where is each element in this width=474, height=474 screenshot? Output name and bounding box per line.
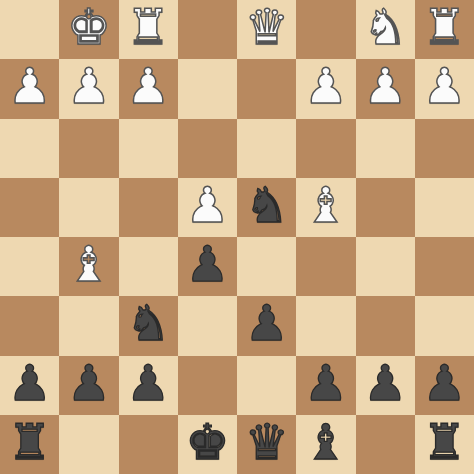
square-b8[interactable] xyxy=(356,415,415,474)
square-f4[interactable] xyxy=(119,178,178,237)
square-h7[interactable]: ♟ xyxy=(0,356,59,415)
square-d7[interactable] xyxy=(237,356,296,415)
square-f8[interactable] xyxy=(119,415,178,474)
square-d5[interactable] xyxy=(237,237,296,296)
chess-board: ♚♜♛♞♜♟♟♟♟♟♟♟♞♝♝♟♞♟♟♟♟♟♟♟♜♚♛♝♜ xyxy=(0,0,474,474)
square-h5[interactable] xyxy=(0,237,59,296)
square-e8[interactable]: ♚ xyxy=(178,415,237,474)
square-h2[interactable]: ♟ xyxy=(0,59,59,118)
white-bishop[interactable]: ♝ xyxy=(304,181,348,230)
square-b7[interactable]: ♟ xyxy=(356,356,415,415)
square-g3[interactable] xyxy=(59,119,118,178)
square-g8[interactable] xyxy=(59,415,118,474)
white-rook[interactable]: ♜ xyxy=(126,3,170,52)
square-c1[interactable] xyxy=(296,0,355,59)
square-e5[interactable]: ♟ xyxy=(178,237,237,296)
square-b1[interactable]: ♞ xyxy=(356,0,415,59)
white-rook[interactable]: ♜ xyxy=(422,3,466,52)
square-c7[interactable]: ♟ xyxy=(296,356,355,415)
square-b6[interactable] xyxy=(356,296,415,355)
square-b5[interactable] xyxy=(356,237,415,296)
square-e2[interactable] xyxy=(178,59,237,118)
white-pawn[interactable]: ♟ xyxy=(67,62,111,111)
square-a8[interactable]: ♜ xyxy=(415,415,474,474)
square-h3[interactable] xyxy=(0,119,59,178)
square-e1[interactable] xyxy=(178,0,237,59)
square-c8[interactable]: ♝ xyxy=(296,415,355,474)
square-h1[interactable] xyxy=(0,0,59,59)
square-d1[interactable]: ♛ xyxy=(237,0,296,59)
black-king[interactable]: ♚ xyxy=(185,418,229,467)
square-f2[interactable]: ♟ xyxy=(119,59,178,118)
square-b2[interactable]: ♟ xyxy=(356,59,415,118)
white-knight[interactable]: ♞ xyxy=(363,3,407,52)
square-a7[interactable]: ♟ xyxy=(415,356,474,415)
square-a6[interactable] xyxy=(415,296,474,355)
square-g4[interactable] xyxy=(59,178,118,237)
white-king[interactable]: ♚ xyxy=(67,3,111,52)
black-pawn[interactable]: ♟ xyxy=(245,299,289,348)
square-c6[interactable] xyxy=(296,296,355,355)
square-f7[interactable]: ♟ xyxy=(119,356,178,415)
black-bishop[interactable]: ♝ xyxy=(304,418,348,467)
black-pawn[interactable]: ♟ xyxy=(363,359,407,408)
square-f5[interactable] xyxy=(119,237,178,296)
square-f3[interactable] xyxy=(119,119,178,178)
square-h4[interactable] xyxy=(0,178,59,237)
square-d2[interactable] xyxy=(237,59,296,118)
black-pawn[interactable]: ♟ xyxy=(8,359,52,408)
square-g2[interactable]: ♟ xyxy=(59,59,118,118)
square-d8[interactable]: ♛ xyxy=(237,415,296,474)
square-g1[interactable]: ♚ xyxy=(59,0,118,59)
square-e3[interactable] xyxy=(178,119,237,178)
square-e6[interactable] xyxy=(178,296,237,355)
black-pawn[interactable]: ♟ xyxy=(422,359,466,408)
black-rook[interactable]: ♜ xyxy=(8,418,52,467)
square-g7[interactable]: ♟ xyxy=(59,356,118,415)
square-a4[interactable] xyxy=(415,178,474,237)
square-a2[interactable]: ♟ xyxy=(415,59,474,118)
black-knight[interactable]: ♞ xyxy=(245,181,289,230)
black-pawn[interactable]: ♟ xyxy=(126,359,170,408)
square-h6[interactable] xyxy=(0,296,59,355)
square-d6[interactable]: ♟ xyxy=(237,296,296,355)
black-queen[interactable]: ♛ xyxy=(245,418,289,467)
white-pawn[interactable]: ♟ xyxy=(422,62,466,111)
square-f1[interactable]: ♜ xyxy=(119,0,178,59)
square-c4[interactable]: ♝ xyxy=(296,178,355,237)
square-a3[interactable] xyxy=(415,119,474,178)
square-g6[interactable] xyxy=(59,296,118,355)
square-f6[interactable]: ♞ xyxy=(119,296,178,355)
white-bishop[interactable]: ♝ xyxy=(67,240,111,289)
square-d3[interactable] xyxy=(237,119,296,178)
black-pawn[interactable]: ♟ xyxy=(304,359,348,408)
black-pawn[interactable]: ♟ xyxy=(185,240,229,289)
black-knight[interactable]: ♞ xyxy=(126,299,170,348)
square-e7[interactable] xyxy=(178,356,237,415)
square-h8[interactable]: ♜ xyxy=(0,415,59,474)
white-pawn[interactable]: ♟ xyxy=(363,62,407,111)
square-a1[interactable]: ♜ xyxy=(415,0,474,59)
white-pawn[interactable]: ♟ xyxy=(185,181,229,230)
square-e4[interactable]: ♟ xyxy=(178,178,237,237)
square-c2[interactable]: ♟ xyxy=(296,59,355,118)
square-g5[interactable]: ♝ xyxy=(59,237,118,296)
white-pawn[interactable]: ♟ xyxy=(304,62,348,111)
square-c3[interactable] xyxy=(296,119,355,178)
white-queen[interactable]: ♛ xyxy=(245,3,289,52)
square-a5[interactable] xyxy=(415,237,474,296)
black-rook[interactable]: ♜ xyxy=(422,418,466,467)
black-pawn[interactable]: ♟ xyxy=(67,359,111,408)
square-d4[interactable]: ♞ xyxy=(237,178,296,237)
white-pawn[interactable]: ♟ xyxy=(8,62,52,111)
square-b3[interactable] xyxy=(356,119,415,178)
square-c5[interactable] xyxy=(296,237,355,296)
square-b4[interactable] xyxy=(356,178,415,237)
white-pawn[interactable]: ♟ xyxy=(126,62,170,111)
